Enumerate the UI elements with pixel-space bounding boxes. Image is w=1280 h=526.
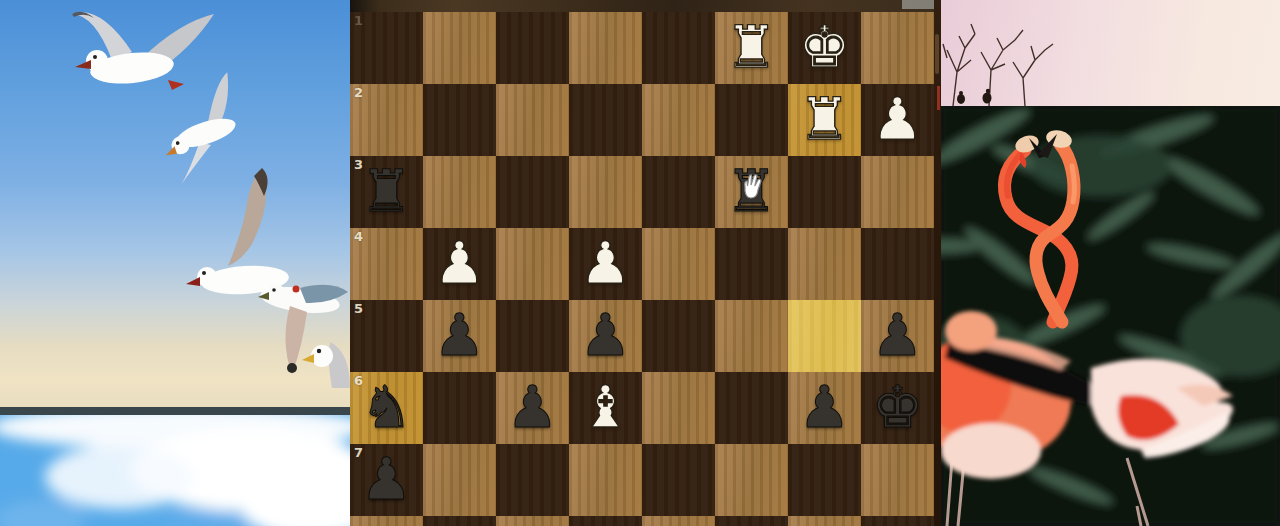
square-a5[interactable]: ♟ (861, 300, 934, 372)
square-e7[interactable] (569, 444, 642, 516)
rank-label-1: 1 (354, 13, 363, 28)
rank-label-4: 4 (354, 229, 363, 244)
square-d7[interactable] (642, 444, 715, 516)
square-c2[interactable] (715, 84, 788, 156)
square-e5[interactable]: ♟ (569, 300, 642, 372)
square-h8[interactable] (350, 516, 423, 526)
square-a3[interactable] (861, 156, 934, 228)
square-h6[interactable]: 6♞ (350, 372, 423, 444)
white-bishop[interactable]: ♝ (569, 372, 642, 444)
black-pawn[interactable]: ♟ (423, 300, 496, 372)
square-d4[interactable] (642, 228, 715, 300)
white-king[interactable]: ♚ (788, 12, 861, 84)
square-a7[interactable] (861, 444, 934, 516)
square-h7[interactable]: 7♟ (350, 444, 423, 516)
square-f7[interactable] (496, 444, 569, 516)
square-g7[interactable] (423, 444, 496, 516)
square-b1[interactable]: ♚ (788, 12, 861, 84)
flamingo-photo (941, 106, 1280, 526)
square-a8[interactable] (861, 516, 934, 526)
white-rook[interactable]: ♜ (788, 84, 861, 156)
square-d5[interactable] (642, 300, 715, 372)
square-b2[interactable]: ♜ (788, 84, 861, 156)
square-g3[interactable] (423, 156, 496, 228)
square-h5[interactable]: 5 (350, 300, 423, 372)
clouds-illustration (0, 415, 350, 526)
seagull-icon (186, 168, 290, 297)
black-king[interactable]: ♚ (861, 372, 934, 444)
rank-label-7: 7 (354, 445, 363, 460)
square-g5[interactable]: ♟ (423, 300, 496, 372)
rank-label-2: 2 (354, 85, 363, 100)
rank-label-5: 5 (354, 301, 363, 316)
square-f3[interactable] (496, 156, 569, 228)
left-photo-seagulls (0, 0, 350, 526)
square-f2[interactable] (496, 84, 569, 156)
black-pawn[interactable]: ♟ (569, 300, 642, 372)
square-c5[interactable] (715, 300, 788, 372)
square-b4[interactable] (788, 228, 861, 300)
square-d1[interactable] (642, 12, 715, 84)
rank-label-3: 3 (354, 157, 363, 172)
square-f8[interactable] (496, 516, 569, 526)
square-c4[interactable] (715, 228, 788, 300)
white-pawn[interactable]: ♟ (861, 84, 934, 156)
square-c1[interactable]: ♜ (715, 12, 788, 84)
square-g6[interactable] (423, 372, 496, 444)
square-g1[interactable] (423, 12, 496, 84)
video-frame: { "window":{"width":1280,"height":526}, … (0, 0, 1280, 526)
seagull-icon (147, 72, 255, 185)
square-b7[interactable] (788, 444, 861, 516)
square-b6[interactable]: ♟ (788, 372, 861, 444)
black-pawn[interactable]: ♟ (788, 372, 861, 444)
square-h4[interactable]: 4 (350, 228, 423, 300)
hand-cursor-icon (738, 172, 766, 204)
square-f1[interactable] (496, 12, 569, 84)
square-e2[interactable] (569, 84, 642, 156)
chess-board-area: 1♜♚2♜♟3♜♜4♟♟5♟♟♟6♞♟♝♟♚7♟ (350, 0, 941, 526)
white-pawn[interactable]: ♟ (423, 228, 496, 300)
seagulls-illustration (0, 0, 350, 415)
right-photo-flamingos (941, 0, 1280, 526)
square-b8[interactable] (788, 516, 861, 526)
square-b3[interactable] (788, 156, 861, 228)
board-grid: 1♜♚2♜♟3♜♜4♟♟5♟♟♟6♞♟♝♟♚7♟ (350, 12, 934, 526)
black-pawn[interactable]: ♟ (496, 372, 569, 444)
square-d3[interactable] (642, 156, 715, 228)
square-g8[interactable] (423, 516, 496, 526)
bare-branches-illustration (941, 0, 1280, 106)
seagull-icon (72, 12, 214, 90)
square-d2[interactable] (642, 84, 715, 156)
square-f5[interactable] (496, 300, 569, 372)
flamingos-illustration (941, 106, 1280, 526)
square-b5[interactable] (788, 300, 861, 372)
square-a2[interactable]: ♟ (861, 84, 934, 156)
rank-label-6: 6 (354, 373, 363, 388)
board-frame-red-mark (937, 86, 940, 110)
white-pawn[interactable]: ♟ (569, 228, 642, 300)
board-frame-patch (902, 0, 938, 9)
square-h3[interactable]: 3♜ (350, 156, 423, 228)
board-frame-blob (935, 34, 939, 74)
square-h2[interactable]: 2 (350, 84, 423, 156)
square-e4[interactable]: ♟ (569, 228, 642, 300)
square-e8[interactable] (569, 516, 642, 526)
seagull-icon (302, 342, 350, 388)
board-frame-top (350, 0, 941, 12)
sea-horizon (0, 407, 350, 415)
square-h1[interactable]: 1 (350, 12, 423, 84)
square-g2[interactable] (423, 84, 496, 156)
square-e6[interactable]: ♝ (569, 372, 642, 444)
square-a1[interactable] (861, 12, 934, 84)
square-f4[interactable] (496, 228, 569, 300)
square-d8[interactable] (642, 516, 715, 526)
square-d6[interactable] (642, 372, 715, 444)
white-rook[interactable]: ♜ (715, 12, 788, 84)
square-a4[interactable] (861, 228, 934, 300)
square-c8[interactable] (715, 516, 788, 526)
square-c7[interactable] (715, 444, 788, 516)
square-e3[interactable] (569, 156, 642, 228)
square-e1[interactable] (569, 12, 642, 84)
square-c6[interactable] (715, 372, 788, 444)
black-pawn[interactable]: ♟ (861, 300, 934, 372)
square-g4[interactable]: ♟ (423, 228, 496, 300)
square-f6[interactable]: ♟ (496, 372, 569, 444)
square-a6[interactable]: ♚ (861, 372, 934, 444)
board-frame-right (934, 0, 941, 526)
